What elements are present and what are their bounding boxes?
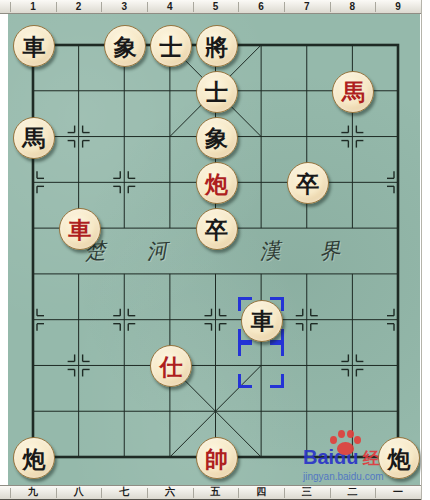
move-bracket — [238, 342, 284, 388]
header-separator — [10, 2, 11, 12]
header-separator — [330, 488, 331, 498]
header-separator — [193, 2, 194, 12]
header-separator — [147, 2, 148, 12]
piece-glyph: 士 — [159, 35, 182, 58]
piece-glyph: 象 — [114, 35, 137, 58]
piece-black-elephant-file5-rank2[interactable]: 象 — [196, 117, 238, 159]
header-separator — [375, 488, 376, 498]
xiangqi-board[interactable]: 楚河漢界 Baidu 经验 jingyan.baidu.com 車象士將士馬馬象… — [8, 13, 420, 485]
file-label: 四 — [256, 486, 266, 498]
piece-glyph: 象 — [205, 126, 228, 149]
piece-glyph: 車 — [68, 218, 91, 241]
piece-glyph: 車 — [23, 35, 46, 58]
file-label: 9 — [395, 1, 401, 13]
file-label: 6 — [258, 1, 264, 13]
file-label: 八 — [74, 486, 84, 498]
file-label: 4 — [167, 1, 173, 13]
header-separator — [101, 488, 102, 498]
header-separator — [375, 2, 376, 12]
piece-red-horse-file8-rank1[interactable]: 馬 — [332, 71, 374, 113]
river-char: 漢 — [259, 236, 282, 265]
piece-glyph: 車 — [251, 309, 274, 332]
piece-glyph: 卒 — [205, 218, 228, 241]
piece-black-pawn-file5-rank4[interactable]: 卒 — [196, 208, 238, 250]
file-label: 7 — [304, 1, 310, 13]
file-label: 五 — [211, 486, 221, 498]
header-separator — [238, 2, 239, 12]
file-label: 九 — [28, 486, 38, 498]
file-label: 3 — [121, 1, 127, 13]
piece-black-horse-file1-rank2[interactable]: 馬 — [13, 117, 55, 159]
column-header-top: 123456789 — [0, 0, 421, 14]
piece-black-pawn-file7-rank3[interactable]: 卒 — [287, 162, 329, 204]
piece-glyph: 將 — [205, 35, 228, 58]
file-label: 一 — [393, 486, 403, 498]
piece-glyph: 馬 — [342, 80, 365, 103]
piece-black-advisor-file5-rank1[interactable]: 士 — [196, 71, 238, 113]
piece-red-general-file5-rank9[interactable]: 帥 — [196, 437, 238, 479]
file-label: 5 — [213, 1, 219, 13]
piece-red-cannon-file5-rank3[interactable]: 炮 — [196, 162, 238, 204]
river-char: 界 — [319, 236, 342, 265]
file-label: 1 — [30, 1, 36, 13]
piece-glyph: 仕 — [159, 355, 182, 378]
file-label: 六 — [165, 486, 175, 498]
file-label: 8 — [350, 1, 356, 13]
piece-black-elephant-file3-rank0[interactable]: 象 — [104, 25, 146, 67]
baidu-paw-icon — [330, 430, 360, 456]
header-separator — [56, 2, 57, 12]
header-separator — [101, 2, 102, 12]
header-separator — [10, 488, 11, 498]
file-label: 二 — [347, 486, 357, 498]
piece-black-chariot-file6-rank6[interactable]: 車 — [241, 300, 283, 342]
piece-black-cannon-file1-rank9[interactable]: 炮 — [13, 437, 55, 479]
piece-red-chariot-file2-rank4[interactable]: 車 — [59, 208, 101, 250]
river-char: 河 — [146, 236, 169, 265]
right-margin-strip — [421, 0, 430, 500]
header-separator — [193, 488, 194, 498]
header-separator — [284, 2, 285, 12]
file-label: 七 — [119, 486, 129, 498]
piece-black-general-file5-rank0[interactable]: 將 — [196, 25, 238, 67]
piece-glyph: 炮 — [388, 447, 411, 470]
piece-black-chariot-file1-rank0[interactable]: 車 — [13, 25, 55, 67]
piece-glyph: 炮 — [205, 172, 228, 195]
piece-glyph: 炮 — [23, 447, 46, 470]
header-separator — [238, 488, 239, 498]
piece-black-cannon-file9-rank9[interactable]: 炮 — [378, 437, 420, 479]
piece-glyph: 士 — [205, 80, 228, 103]
piece-glyph: 馬 — [23, 126, 46, 149]
piece-black-advisor-file4-rank0[interactable]: 士 — [150, 25, 192, 67]
watermark-url: jingyan.baidu.com — [303, 471, 397, 482]
column-header-bottom: 九八七六五四三二一 — [0, 485, 421, 500]
file-label: 三 — [302, 486, 312, 498]
header-separator — [330, 2, 331, 12]
header-separator — [56, 488, 57, 498]
file-label: 2 — [76, 1, 82, 13]
piece-glyph: 帥 — [205, 447, 228, 470]
header-separator — [284, 488, 285, 498]
header-separator — [147, 488, 148, 498]
piece-glyph: 卒 — [296, 172, 319, 195]
xiangqi-app-window: 楚河漢界 Baidu 经验 jingyan.baidu.com 車象士將士馬馬象… — [0, 0, 430, 500]
